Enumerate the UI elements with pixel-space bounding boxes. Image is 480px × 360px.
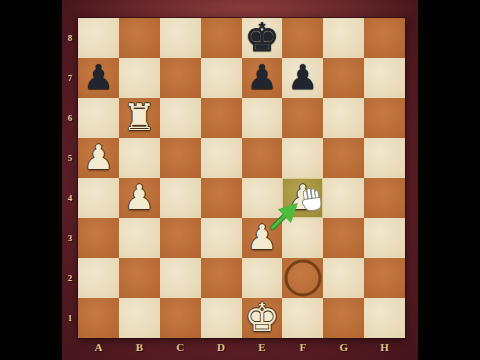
square-c7[interactable] (160, 58, 201, 98)
black-pawn-e7[interactable]: ♟ (247, 60, 277, 94)
square-e8[interactable]: ♚ (242, 18, 283, 58)
square-g8[interactable] (323, 18, 364, 58)
square-b6[interactable]: ♜ (119, 98, 160, 138)
circle-annotation (284, 260, 321, 297)
square-c3[interactable] (160, 218, 201, 258)
square-f1[interactable] (282, 298, 323, 338)
square-e2[interactable] (242, 258, 283, 298)
square-h4[interactable] (364, 178, 405, 218)
file-label-f: F (282, 338, 323, 355)
square-d6[interactable] (201, 98, 242, 138)
chess-board[interactable]: ♚♟♟♟♜♟♟♟♟♚ (78, 18, 405, 338)
rank-label-6: 6 (62, 98, 78, 138)
square-b5[interactable] (119, 138, 160, 178)
square-b4[interactable]: ♟ (119, 178, 160, 218)
file-label-a: A (78, 338, 119, 355)
file-label-d: D (201, 338, 242, 355)
square-h6[interactable] (364, 98, 405, 138)
rank-label-2: 2 (62, 258, 78, 298)
file-label-h: H (364, 338, 405, 355)
square-d8[interactable] (201, 18, 242, 58)
square-f2[interactable] (282, 258, 323, 298)
square-a5[interactable]: ♟ (78, 138, 119, 178)
square-c5[interactable] (160, 138, 201, 178)
rank-labels: 87654321 (62, 18, 78, 338)
square-h5[interactable] (364, 138, 405, 178)
square-c4[interactable] (160, 178, 201, 218)
rank-label-5: 5 (62, 138, 78, 178)
square-g3[interactable] (323, 218, 364, 258)
square-b8[interactable] (119, 18, 160, 58)
white-rook-b6[interactable]: ♜ (123, 99, 156, 136)
square-e3[interactable]: ♟ (242, 218, 283, 258)
rank-label-4: 4 (62, 178, 78, 218)
white-pawn-b4[interactable]: ♟ (124, 180, 154, 214)
square-e6[interactable] (242, 98, 283, 138)
square-d1[interactable] (201, 298, 242, 338)
square-f7[interactable]: ♟ (282, 58, 323, 98)
square-a8[interactable] (78, 18, 119, 58)
square-f5[interactable] (282, 138, 323, 178)
square-c1[interactable] (160, 298, 201, 338)
square-g4[interactable] (323, 178, 364, 218)
square-a6[interactable] (78, 98, 119, 138)
letterbox-left (0, 0, 62, 360)
square-h1[interactable] (364, 298, 405, 338)
square-h3[interactable] (364, 218, 405, 258)
hand-cursor-icon (300, 187, 323, 213)
square-a7[interactable]: ♟ (78, 58, 119, 98)
rank-label-1: 1 (62, 298, 78, 338)
file-label-g: G (323, 338, 364, 355)
board-frame: 87654321 ABCDEFGH ♚♟♟♟♜♟♟♟♟♚ (62, 0, 418, 360)
square-d3[interactable] (201, 218, 242, 258)
square-f6[interactable] (282, 98, 323, 138)
rank-label-8: 8 (62, 18, 78, 58)
square-f8[interactable] (282, 18, 323, 58)
square-c2[interactable] (160, 258, 201, 298)
square-c6[interactable] (160, 98, 201, 138)
square-a3[interactable] (78, 218, 119, 258)
square-g2[interactable] (323, 258, 364, 298)
rank-label-3: 3 (62, 218, 78, 258)
file-label-c: C (160, 338, 201, 355)
square-b3[interactable] (119, 218, 160, 258)
white-pawn-e3[interactable]: ♟ (247, 220, 277, 254)
white-king-e1[interactable]: ♚ (244, 298, 279, 337)
square-d4[interactable] (201, 178, 242, 218)
square-h8[interactable] (364, 18, 405, 58)
square-a1[interactable] (78, 298, 119, 338)
square-g6[interactable] (323, 98, 364, 138)
square-d2[interactable] (201, 258, 242, 298)
square-h7[interactable] (364, 58, 405, 98)
file-label-b: B (119, 338, 160, 355)
square-g7[interactable] (323, 58, 364, 98)
square-h2[interactable] (364, 258, 405, 298)
square-d7[interactable] (201, 58, 242, 98)
file-labels: ABCDEFGH (78, 338, 405, 355)
square-c8[interactable] (160, 18, 201, 58)
white-pawn-a5[interactable]: ♟ (83, 140, 113, 174)
black-pawn-f7[interactable]: ♟ (288, 60, 318, 94)
square-g5[interactable] (323, 138, 364, 178)
square-e4[interactable] (242, 178, 283, 218)
square-f4[interactable]: ♟ (282, 178, 323, 218)
rank-label-7: 7 (62, 58, 78, 98)
square-g1[interactable] (323, 298, 364, 338)
square-f3[interactable] (282, 218, 323, 258)
square-b2[interactable] (119, 258, 160, 298)
square-a4[interactable] (78, 178, 119, 218)
black-pawn-a7[interactable]: ♟ (83, 60, 113, 94)
square-b1[interactable] (119, 298, 160, 338)
square-d5[interactable] (201, 138, 242, 178)
square-e5[interactable] (242, 138, 283, 178)
square-e1[interactable]: ♚ (242, 298, 283, 338)
letterbox-right (418, 0, 480, 360)
square-b7[interactable] (119, 58, 160, 98)
black-king-e8[interactable]: ♚ (244, 18, 279, 57)
file-label-e: E (242, 338, 283, 355)
video-frame: 87654321 ABCDEFGH ♚♟♟♟♜♟♟♟♟♚ (0, 0, 480, 360)
square-a2[interactable] (78, 258, 119, 298)
square-e7[interactable]: ♟ (242, 58, 283, 98)
